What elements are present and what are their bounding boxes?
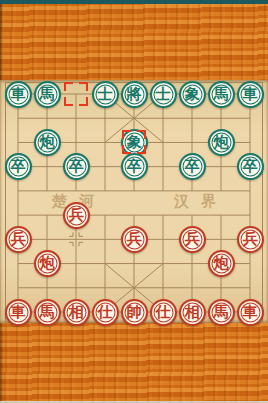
piece-black-soldier[interactable]: 卒: [179, 153, 206, 180]
top-bar: [0, 0, 268, 4]
piece-red-soldier[interactable]: 兵: [179, 226, 206, 253]
piece-black-horse[interactable]: 馬: [34, 81, 61, 108]
piece-black-advisor[interactable]: 士: [150, 81, 177, 108]
piece-red-advisor[interactable]: 仕: [150, 299, 177, 326]
piece-black-elephant[interactable]: 象: [121, 129, 148, 156]
piece-red-advisor[interactable]: 仕: [92, 299, 119, 326]
piece-red-chariot[interactable]: 車: [5, 299, 32, 326]
xiangqi-game-window: 楚河 汉界 車馬士將士象馬車炮象炮卒卒卒卒卒兵兵兵兵兵炮炮車馬相仕帥仕相馬車: [0, 0, 268, 403]
piece-black-horse[interactable]: 馬: [208, 81, 235, 108]
piece-red-chariot[interactable]: 車: [237, 299, 264, 326]
piece-red-soldier[interactable]: 兵: [63, 202, 90, 229]
piece-red-horse[interactable]: 馬: [208, 299, 235, 326]
xiangqi-board[interactable]: [0, 80, 268, 323]
piece-black-soldier[interactable]: 卒: [63, 153, 90, 180]
piece-red-cannon[interactable]: 炮: [208, 250, 235, 277]
piece-red-cannon[interactable]: 炮: [34, 250, 61, 277]
piece-black-soldier[interactable]: 卒: [5, 153, 32, 180]
piece-black-chariot[interactable]: 車: [5, 81, 32, 108]
piece-black-general[interactable]: 將: [121, 81, 148, 108]
piece-red-soldier[interactable]: 兵: [237, 226, 264, 253]
piece-black-elephant[interactable]: 象: [179, 81, 206, 108]
piece-black-cannon[interactable]: 炮: [208, 129, 235, 156]
piece-black-chariot[interactable]: 車: [237, 81, 264, 108]
piece-red-soldier[interactable]: 兵: [5, 226, 32, 253]
piece-red-horse[interactable]: 馬: [34, 299, 61, 326]
piece-black-soldier[interactable]: 卒: [237, 153, 264, 180]
piece-black-soldier[interactable]: 卒: [121, 153, 148, 180]
piece-black-advisor[interactable]: 士: [92, 81, 119, 108]
piece-red-general[interactable]: 帥: [121, 299, 148, 326]
piece-red-elephant[interactable]: 相: [179, 299, 206, 326]
piece-black-cannon[interactable]: 炮: [34, 129, 61, 156]
piece-red-elephant[interactable]: 相: [63, 299, 90, 326]
piece-red-soldier[interactable]: 兵: [121, 226, 148, 253]
